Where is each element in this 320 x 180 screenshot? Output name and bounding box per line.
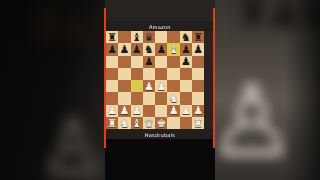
square-f8: [167, 31, 179, 43]
white-king-e1: ♚: [155, 117, 167, 129]
square-d1: ♛: [143, 117, 155, 129]
square-g4: [180, 80, 192, 92]
square-d7: ♞: [143, 43, 155, 55]
blurred-background-right: ♜♟♞ ♙: [215, 0, 320, 180]
white-rook-h1: ♜: [192, 117, 204, 129]
square-b8: [118, 31, 130, 43]
black-pawn-c7: ♟: [131, 43, 143, 55]
white-bishop-c1: ♝: [131, 117, 143, 129]
top-player-bar: Amazon: [105, 21, 215, 31]
video-strip: Amazon ♜♝♛♞♜♟♟♟♞♟♝♟♟♟♟♟♟♞♟♟♟♟♟♟♜♞♝♛♚♜ Ha…: [105, 0, 215, 180]
square-a6: [106, 56, 118, 68]
square-f7: ♝: [167, 43, 179, 55]
square-b1: ♞: [118, 117, 130, 129]
square-g3: [180, 92, 192, 104]
square-e2: [155, 105, 167, 117]
recording-frame-right: [213, 8, 215, 148]
blurred-dark-pieces-icon: ♜♟♞: [30, 6, 105, 46]
square-a5: [106, 68, 118, 80]
black-pawn-b7: ♟: [118, 43, 130, 55]
black-knight-g8: ♞: [180, 31, 192, 43]
square-g2: ♟: [180, 105, 192, 117]
white-pawn-c2: ♟: [131, 105, 143, 117]
square-e6: [155, 56, 167, 68]
square-d3: [143, 92, 155, 104]
black-pawn-d6: ♟: [143, 56, 155, 68]
square-b2: ♟: [118, 105, 130, 117]
white-knight-b1: ♞: [118, 117, 130, 129]
square-d5: [143, 68, 155, 80]
square-d2: [143, 105, 155, 117]
black-pawn-h7: ♟: [192, 43, 204, 55]
black-pawn-g7: ♟: [180, 43, 192, 55]
square-c6: [131, 56, 143, 68]
black-knight-d7: ♞: [143, 43, 155, 55]
blurred-background-left: ♜♟♞ ♙: [0, 0, 105, 180]
square-f6: [167, 56, 179, 68]
square-h3: [192, 92, 204, 104]
square-g1: [180, 117, 192, 129]
square-h1: ♜: [192, 117, 204, 129]
square-a1: ♜: [106, 117, 118, 129]
bottom-player-name: Hasdrubals: [145, 131, 175, 137]
square-a4: [106, 80, 118, 92]
square-b3: [118, 92, 130, 104]
square-a3: [106, 92, 118, 104]
square-a7: ♟: [106, 43, 118, 55]
top-player-name: Amazon: [149, 23, 171, 29]
square-c3: [131, 92, 143, 104]
background-shade: [285, 0, 320, 180]
square-a2: ♟: [106, 105, 118, 117]
white-pawn-a2: ♟: [106, 105, 118, 117]
square-c5: [131, 68, 143, 80]
square-f3: ♞: [167, 92, 179, 104]
bottom-player-bar: Hasdrubals: [105, 129, 215, 139]
square-e4: ♟: [155, 80, 167, 92]
white-pawn-b2: ♟: [118, 105, 130, 117]
square-h5: [192, 68, 204, 80]
black-rook-a8: ♜: [106, 31, 118, 43]
black-pawn-a7: ♟: [106, 43, 118, 55]
square-h8: ♜: [192, 31, 204, 43]
recording-frame-left: [104, 8, 106, 148]
white-knight-f3: ♞: [167, 92, 179, 104]
black-pawn-e7: ♟: [155, 43, 167, 55]
white-bishop-f7: ♝: [167, 43, 179, 55]
square-e8: [155, 31, 167, 43]
square-b5: [118, 68, 130, 80]
square-c1: ♝: [131, 117, 143, 129]
square-g5: [180, 68, 192, 80]
square-h2: ♟: [192, 105, 204, 117]
square-c8: ♝: [131, 31, 143, 43]
white-pawn-g2: ♟: [180, 105, 192, 117]
white-pawn-e4: ♟: [155, 80, 167, 92]
square-e1: ♚: [155, 117, 167, 129]
square-g7: ♟: [180, 43, 192, 55]
square-d4: ♟: [143, 80, 155, 92]
square-c4: [131, 80, 143, 92]
square-b4: [118, 80, 130, 92]
square-e3: [155, 92, 167, 104]
square-c7: ♟: [131, 43, 143, 55]
square-d8: ♛: [143, 31, 155, 43]
black-pawn-g6: ♟: [180, 56, 192, 68]
square-h6: [192, 56, 204, 68]
white-queen-d1: ♛: [143, 117, 155, 129]
square-f2: ♟: [167, 105, 179, 117]
white-pawn-d4: ♟: [143, 80, 155, 92]
square-g8: ♞: [180, 31, 192, 43]
square-b6: [118, 56, 130, 68]
square-c2: ♟: [131, 105, 143, 117]
white-pawn-f2: ♟: [167, 105, 179, 117]
square-f1: [167, 117, 179, 129]
black-queen-d8: ♛: [143, 31, 155, 43]
square-h7: ♟: [192, 43, 204, 55]
square-f5: [167, 68, 179, 80]
square-f4: [167, 80, 179, 92]
square-b7: ♟: [118, 43, 130, 55]
white-pawn-h2: ♟: [192, 105, 204, 117]
black-bishop-c8: ♝: [131, 31, 143, 43]
white-rook-a1: ♜: [106, 117, 118, 129]
square-a8: ♜: [106, 31, 118, 43]
square-d6: ♟: [143, 56, 155, 68]
square-g6: ♟: [180, 56, 192, 68]
black-rook-h8: ♜: [192, 31, 204, 43]
blurred-white-pawn-icon: ♙: [38, 108, 105, 180]
square-h4: [192, 80, 204, 92]
square-e7: ♟: [155, 43, 167, 55]
square-e5: [155, 68, 167, 80]
chess-board: ♜♝♛♞♜♟♟♟♞♟♝♟♟♟♟♟♟♞♟♟♟♟♟♟♜♞♝♛♚♜: [106, 31, 204, 129]
